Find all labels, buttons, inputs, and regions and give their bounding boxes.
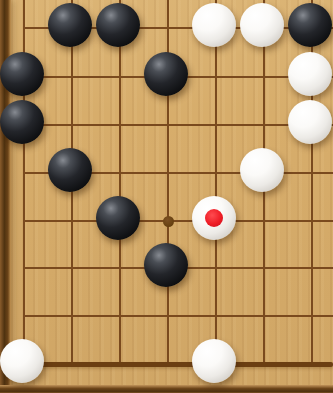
white-stone [192, 339, 236, 383]
board-edge-line [20, 362, 333, 367]
grid-line-vertical [215, 0, 217, 366]
black-stone [0, 100, 44, 144]
black-stone [288, 3, 332, 47]
star-point [163, 216, 174, 227]
white-stone [288, 52, 332, 96]
black-stone [144, 243, 188, 287]
black-stone [0, 52, 44, 96]
go-board[interactable] [0, 0, 333, 393]
grid-line-horizontal [23, 315, 333, 317]
white-stone [240, 3, 284, 47]
grid-line-horizontal [23, 124, 333, 126]
black-stone [144, 52, 188, 96]
last-move-marker [205, 209, 223, 227]
black-stone [48, 3, 92, 47]
grid-line-vertical [119, 0, 121, 366]
black-stone [96, 196, 140, 240]
white-stone [240, 148, 284, 192]
white-stone [288, 100, 332, 144]
white-stone [192, 3, 236, 47]
board-bottom-side-edge [0, 385, 333, 393]
black-stone [96, 3, 140, 47]
white-stone [192, 196, 236, 240]
black-stone [48, 148, 92, 192]
grid-line-horizontal [23, 220, 333, 222]
white-stone [0, 339, 44, 383]
